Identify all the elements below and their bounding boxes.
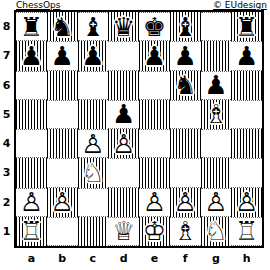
file-label-a: a — [16, 250, 47, 266]
rank-labels: 87654321 — [0, 12, 13, 246]
square-g8[interactable] — [201, 12, 232, 41]
square-e7[interactable]: ♟ — [139, 41, 170, 70]
square-e3[interactable] — [139, 158, 170, 187]
app-title-link[interactable]: ChessOps — [16, 0, 60, 10]
piece-white-knight: ♞♘ — [201, 217, 232, 246]
file-label-b: b — [47, 250, 78, 266]
piece-white-pawn: ♟♙ — [78, 130, 109, 157]
square-c3[interactable]: ♞♘ — [78, 158, 109, 187]
square-g6[interactable]: ♟ — [201, 71, 232, 100]
square-c5[interactable] — [78, 100, 109, 129]
piece-black-queen: ♛ — [108, 12, 139, 41]
square-e5[interactable] — [139, 100, 170, 129]
square-e1[interactable]: ♚♔ — [139, 217, 170, 246]
square-f6[interactable]: ♞ — [170, 71, 201, 100]
piece-black-bishop: ♝ — [170, 12, 201, 41]
square-f3[interactable] — [170, 158, 201, 187]
square-e4[interactable] — [139, 129, 170, 158]
square-h8[interactable]: ♜ — [231, 12, 262, 41]
square-a8[interactable]: ♜ — [16, 12, 47, 41]
piece-black-pawn: ♟ — [231, 42, 262, 69]
piece-black-rook: ♜ — [16, 13, 47, 40]
square-a3[interactable] — [16, 158, 47, 187]
file-label-h: h — [231, 250, 262, 266]
square-d8[interactable]: ♛ — [108, 12, 139, 41]
piece-black-knight: ♞ — [170, 71, 201, 100]
piece-white-pawn: ♟♙ — [231, 188, 262, 217]
rank-label-6: 6 — [0, 71, 13, 100]
piece-white-rook: ♜♖ — [16, 217, 47, 246]
square-f5[interactable] — [170, 100, 201, 129]
square-b1[interactable] — [47, 217, 78, 246]
piece-white-pawn: ♟♙ — [139, 189, 170, 216]
piece-white-knight: ♞♘ — [78, 158, 109, 187]
header-bar: ChessOps © EUdesign — [16, 0, 267, 10]
square-c2[interactable] — [78, 188, 109, 217]
piece-white-pawn: ♟♙ — [47, 188, 78, 217]
square-c7[interactable]: ♟ — [78, 41, 109, 70]
square-g4[interactable] — [201, 129, 232, 158]
square-b5[interactable] — [47, 100, 78, 129]
square-c1[interactable] — [78, 217, 109, 246]
piece-black-pawn: ♟ — [170, 42, 201, 69]
square-b8[interactable]: ♞ — [47, 12, 78, 41]
square-h3[interactable] — [231, 158, 262, 187]
piece-black-rook: ♜ — [231, 12, 262, 41]
square-a6[interactable] — [16, 71, 47, 100]
rank-label-3: 3 — [0, 158, 13, 187]
square-g5[interactable]: ♝♗ — [201, 100, 232, 129]
square-h2[interactable]: ♟♙ — [231, 188, 262, 217]
file-label-f: f — [170, 250, 201, 266]
square-g2[interactable]: ♟♙ — [201, 188, 232, 217]
piece-black-pawn: ♟ — [47, 42, 78, 69]
piece-white-pawn: ♟♙ — [201, 189, 232, 216]
piece-black-knight: ♞ — [47, 12, 78, 41]
piece-black-pawn: ♟ — [16, 41, 47, 70]
square-h6[interactable] — [231, 71, 262, 100]
square-f8[interactable]: ♝ — [170, 12, 201, 41]
square-d3[interactable] — [108, 158, 139, 187]
piece-black-pawn: ♟ — [78, 41, 109, 70]
piece-white-pawn: ♟♙ — [108, 129, 139, 158]
piece-black-pawn: ♟ — [139, 41, 170, 70]
square-d6[interactable] — [108, 71, 139, 100]
square-h4[interactable] — [231, 129, 262, 158]
piece-white-pawn: ♟♙ — [16, 189, 47, 216]
piece-black-pawn: ♟ — [108, 101, 139, 128]
piece-black-bishop: ♝ — [78, 13, 109, 40]
square-b3[interactable] — [47, 158, 78, 187]
square-d7[interactable] — [108, 41, 139, 70]
square-a2[interactable]: ♟♙ — [16, 188, 47, 217]
file-label-d: d — [108, 250, 139, 266]
piece-white-queen: ♛♕ — [108, 218, 139, 245]
square-e6[interactable] — [139, 71, 170, 100]
credit-link[interactable]: © EUdesign — [213, 0, 267, 10]
square-h7[interactable]: ♟ — [231, 41, 262, 70]
square-d1[interactable]: ♛♕ — [108, 217, 139, 246]
square-f4[interactable] — [170, 129, 201, 158]
file-labels: abcdefgh — [16, 250, 262, 266]
piece-black-king: ♚ — [139, 13, 170, 40]
square-a7[interactable]: ♟ — [16, 41, 47, 70]
square-d5[interactable]: ♟ — [108, 100, 139, 129]
rank-label-4: 4 — [0, 129, 13, 158]
square-h5[interactable] — [231, 100, 262, 129]
square-b2[interactable]: ♟♙ — [47, 188, 78, 217]
rank-label-5: 5 — [0, 100, 13, 129]
square-g1[interactable]: ♞♘ — [201, 217, 232, 246]
piece-black-pawn: ♟ — [201, 72, 232, 99]
piece-white-rook: ♜♖ — [231, 218, 262, 245]
rank-label-8: 8 — [0, 12, 13, 41]
file-label-g: g — [201, 250, 232, 266]
square-c4[interactable]: ♟♙ — [78, 129, 109, 158]
rank-label-2: 2 — [0, 188, 13, 217]
file-label-e: e — [139, 250, 170, 266]
square-c6[interactable] — [78, 71, 109, 100]
piece-white-king: ♚♔ — [139, 217, 170, 246]
square-e8[interactable]: ♚ — [139, 12, 170, 41]
chessops-diagram: ChessOps © EUdesign 87654321 ♜♞♝♛♚♝♜♟♟♟♟… — [0, 0, 270, 270]
square-g3[interactable] — [201, 158, 232, 187]
file-label-c: c — [78, 250, 109, 266]
square-a5[interactable] — [16, 100, 47, 129]
square-b6[interactable] — [47, 71, 78, 100]
square-h1[interactable]: ♜♖ — [231, 217, 262, 246]
chess-board: ♜♞♝♛♚♝♜♟♟♟♟♟♟♞♟♟♝♗♟♙♟♙♞♘♟♙♟♙♟♙♟♙♟♙♟♙♜♖♛♕… — [14, 10, 264, 248]
square-d2[interactable] — [108, 188, 139, 217]
square-a1[interactable]: ♜♖ — [16, 217, 47, 246]
piece-white-bishop: ♝♗ — [170, 218, 201, 245]
rank-label-7: 7 — [0, 41, 13, 70]
square-a4[interactable] — [16, 129, 47, 158]
square-f2[interactable]: ♟♙ — [170, 188, 201, 217]
square-g7[interactable] — [201, 41, 232, 70]
square-e2[interactable]: ♟♙ — [139, 188, 170, 217]
square-f1[interactable]: ♝♗ — [170, 217, 201, 246]
piece-white-bishop: ♝♗ — [201, 100, 232, 129]
piece-white-pawn: ♟♙ — [170, 188, 201, 217]
square-d4[interactable]: ♟♙ — [108, 129, 139, 158]
square-c8[interactable]: ♝ — [78, 12, 109, 41]
square-b4[interactable] — [47, 129, 78, 158]
square-b7[interactable]: ♟ — [47, 41, 78, 70]
rank-label-1: 1 — [0, 217, 13, 246]
square-f7[interactable]: ♟ — [170, 41, 201, 70]
